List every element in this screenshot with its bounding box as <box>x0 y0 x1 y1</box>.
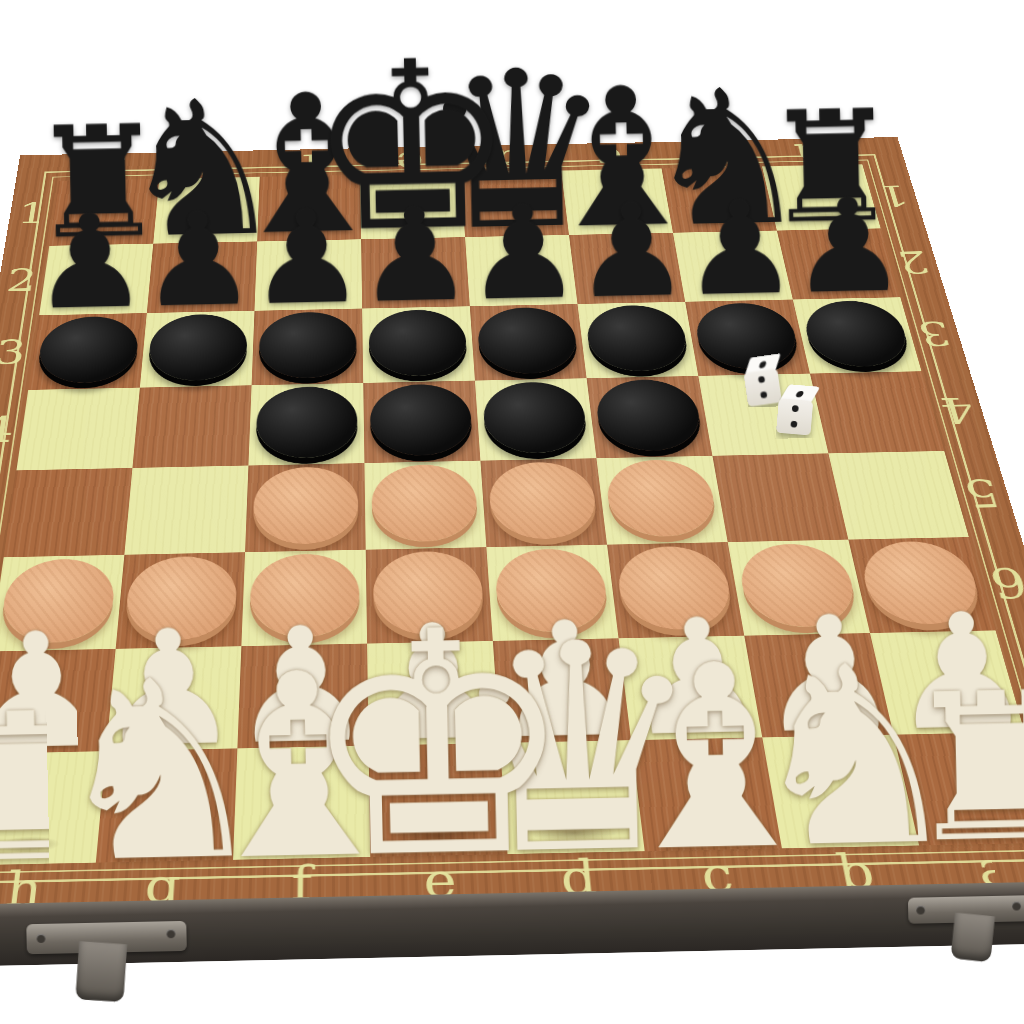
square-c5[interactable] <box>596 456 727 545</box>
black-checker-d4[interactable] <box>481 381 589 454</box>
piece-shadow <box>920 706 990 724</box>
white-pawn-b7[interactable]: ♟ <box>757 594 903 756</box>
rank-label-left-3: 3 <box>0 336 36 370</box>
rank-label-right-4: 4 <box>928 392 987 428</box>
square-b8[interactable] <box>762 735 919 849</box>
square-c6[interactable] <box>607 542 744 638</box>
square-h6[interactable] <box>0 555 124 652</box>
right-latch[interactable] <box>904 887 1024 970</box>
square-a4[interactable] <box>810 371 944 453</box>
square-e6[interactable] <box>366 547 493 643</box>
rank-label-left-4: 4 <box>0 412 25 449</box>
rank-label-right-7: 7 <box>1004 657 1024 703</box>
file-label-bottom-f: f <box>231 859 371 909</box>
square-h4[interactable] <box>16 388 139 471</box>
white-pawn-e7[interactable]: ♟ <box>361 602 507 764</box>
square-b6[interactable] <box>728 540 870 636</box>
square-c7[interactable] <box>619 636 763 740</box>
border-line-inner <box>0 160 1024 875</box>
square-c2[interactable] <box>569 233 685 304</box>
black-checker-g3[interactable] <box>147 313 248 381</box>
rank-label-right-6: 6 <box>976 561 1024 603</box>
black-checker-e4[interactable] <box>370 383 474 456</box>
square-a1[interactable] <box>762 164 881 230</box>
black-pawn-b2[interactable]: ♟ <box>680 182 799 314</box>
piece-shadow <box>793 211 860 225</box>
die-pip <box>791 405 798 412</box>
piece-shadow <box>790 709 859 727</box>
square-f8[interactable] <box>233 746 370 860</box>
square-a5[interactable] <box>828 451 969 540</box>
square-a3[interactable] <box>793 297 922 373</box>
die-pip <box>759 361 768 369</box>
wood-checker-b6[interactable] <box>735 543 861 628</box>
die-pip <box>758 376 765 383</box>
file-label-top-e: e <box>360 149 461 174</box>
square-f7[interactable] <box>237 644 368 749</box>
wood-checker-f5[interactable] <box>252 466 359 545</box>
square-b1[interactable] <box>662 166 777 232</box>
wood-checker-d6[interactable] <box>493 548 610 633</box>
piece-shadow <box>495 287 550 299</box>
square-e2[interactable] <box>361 237 470 308</box>
square-d3[interactable] <box>470 304 587 381</box>
chess-board: hgfedcba hgfedcba 12345678 12345678 ♜♞♝♚… <box>0 137 1024 918</box>
square-d6[interactable] <box>486 545 618 641</box>
file-label-bottom-d: d <box>508 853 651 903</box>
square-d2[interactable] <box>465 235 577 306</box>
square-c1[interactable] <box>561 168 673 235</box>
piece-shadow <box>365 216 461 237</box>
left-latch-hook[interactable] <box>75 941 127 1002</box>
square-h7[interactable] <box>0 649 116 754</box>
file-label-bottom-c: c <box>645 850 791 900</box>
file-label-top-g: g <box>159 153 260 178</box>
wood-checker-h6[interactable] <box>0 558 117 644</box>
square-h1[interactable] <box>49 179 159 246</box>
squares <box>0 164 1024 866</box>
square-e1[interactable] <box>360 173 465 240</box>
wood-checker-f6[interactable] <box>249 553 360 638</box>
piece-shadow <box>114 827 217 856</box>
white-rook-a8[interactable]: ♜ <box>899 665 1024 872</box>
file-label-top-d: d <box>459 147 561 172</box>
left-latch[interactable] <box>18 913 200 1012</box>
wood-checker-a6[interactable] <box>856 540 986 625</box>
square-e3[interactable] <box>362 306 475 383</box>
wood-checker-e6[interactable] <box>373 551 485 636</box>
square-g5[interactable] <box>124 466 248 555</box>
rank-labels-right: 12345678 <box>862 163 1024 842</box>
border-line-outer <box>0 154 1024 885</box>
square-a8[interactable] <box>893 732 1024 846</box>
piece-shadow <box>0 833 73 857</box>
black-checker-d3[interactable] <box>476 307 579 375</box>
square-d4[interactable] <box>475 378 597 460</box>
square-f4[interactable] <box>248 383 364 466</box>
wood-checker-g6[interactable] <box>124 556 238 641</box>
piece-layer: ♜♞♝♚♛♝♞♜♟♟♟♟♟♟♟♟♟♟♟♟♟♟♟♟♜♞♝♚♛♝♞♜ <box>0 164 1024 866</box>
piece-shadow <box>281 291 335 303</box>
square-c4[interactable] <box>587 376 713 458</box>
square-e7[interactable] <box>367 641 500 746</box>
file-label-bottom-h: h <box>0 864 96 915</box>
square-b4[interactable] <box>698 374 828 456</box>
piece-shadow <box>683 212 763 229</box>
piece-shadow <box>938 813 1024 836</box>
white-pawn-c7[interactable]: ♟ <box>625 597 771 759</box>
piece-shadow <box>400 717 466 735</box>
piece-shadow <box>375 818 502 853</box>
square-b3[interactable] <box>685 299 810 375</box>
rank-label-right-3: 3 <box>906 316 963 350</box>
file-label-top-a: a <box>757 141 863 166</box>
black-checker-a3[interactable] <box>800 300 914 367</box>
square-a6[interactable] <box>848 537 995 633</box>
square-f3[interactable] <box>252 309 364 386</box>
black-pawn-d2[interactable]: ♟ <box>464 186 583 318</box>
square-c3[interactable] <box>577 302 698 378</box>
piece-shadow <box>139 723 206 741</box>
white-pawn-d7[interactable]: ♟ <box>493 599 639 761</box>
square-g7[interactable] <box>106 646 241 751</box>
square-d7[interactable] <box>493 638 631 743</box>
wood-checker-d5[interactable] <box>487 461 599 540</box>
die-2-front-face <box>776 398 813 435</box>
square-g3[interactable] <box>140 311 255 388</box>
black-pawn-f2[interactable]: ♟ <box>247 191 366 323</box>
right-latch-hook[interactable] <box>951 913 995 963</box>
square-d1[interactable] <box>461 170 569 237</box>
black-checker-c4[interactable] <box>593 379 704 452</box>
square-d5[interactable] <box>480 458 607 547</box>
black-checker-h3[interactable] <box>35 316 140 384</box>
square-c8[interactable] <box>631 737 782 851</box>
file-label-top-h: h <box>59 156 162 181</box>
square-e5[interactable] <box>364 461 486 550</box>
square-a2[interactable] <box>777 228 901 299</box>
white-pawn-f7[interactable]: ♟ <box>228 605 374 767</box>
square-h5[interactable] <box>4 468 133 557</box>
scene: hgfedcba hgfedcba 12345678 12345678 ♜♞♝♚… <box>0 0 1024 1024</box>
square-a7[interactable] <box>870 630 1024 734</box>
black-checker-b3[interactable] <box>692 302 802 370</box>
wood-checker-c6[interactable] <box>614 545 735 630</box>
piece-shadow <box>602 285 658 297</box>
square-e8[interactable] <box>369 743 508 857</box>
wood-checker-e5[interactable] <box>371 464 479 543</box>
die-1-top-face <box>745 353 782 376</box>
white-pawn-a7[interactable]: ♟ <box>889 591 1024 753</box>
rank-label-right-1: 1 <box>867 181 919 210</box>
file-labels-top: hgfedcba <box>59 138 863 181</box>
square-f2[interactable] <box>254 239 362 311</box>
piece-shadow <box>388 289 442 301</box>
die-1[interactable] <box>742 353 786 408</box>
piece-shadow <box>167 223 245 240</box>
black-checker-c3[interactable] <box>584 304 691 372</box>
square-b5[interactable] <box>712 453 848 542</box>
black-pawn-c2[interactable]: ♟ <box>572 184 691 316</box>
square-g2[interactable] <box>147 241 257 313</box>
piece-shadow <box>660 712 728 730</box>
piece-shadow <box>579 214 660 231</box>
square-f1[interactable] <box>257 175 361 242</box>
die-pip <box>794 391 804 398</box>
piece-shadow <box>67 296 122 308</box>
square-g4[interactable] <box>132 385 251 468</box>
piece-shadow <box>793 813 900 841</box>
rank-labels-left: 12345678 <box>0 181 59 867</box>
black-rook-a1[interactable]: ♜ <box>761 89 902 245</box>
die-1-front-face <box>744 368 783 407</box>
square-f5[interactable] <box>245 463 366 552</box>
file-label-top-c: c <box>558 145 661 170</box>
piece-shadow <box>471 215 562 235</box>
die-pip <box>790 421 797 428</box>
piece-shadow <box>270 220 349 237</box>
file-label-bottom-e: e <box>370 856 511 906</box>
piece-shadow <box>657 816 765 845</box>
square-h8[interactable] <box>0 751 106 866</box>
square-h3[interactable] <box>28 313 147 390</box>
black-pawn-g2[interactable]: ♟ <box>139 193 258 325</box>
rank-label-left-2: 2 <box>0 265 47 297</box>
die-2-top-face <box>779 384 820 404</box>
piece-shadow <box>9 725 77 743</box>
rank-label-right-5: 5 <box>951 473 1013 512</box>
file-label-top-b: b <box>657 143 762 168</box>
black-checker-e3[interactable] <box>368 309 468 377</box>
square-e4[interactable] <box>363 381 480 464</box>
piece-shadow <box>514 817 635 850</box>
square-g8[interactable] <box>96 748 238 862</box>
white-pawn-g7[interactable]: ♟ <box>96 608 242 770</box>
square-h2[interactable] <box>39 244 153 316</box>
black-pawn-e2[interactable]: ♟ <box>355 188 474 320</box>
square-b7[interactable] <box>744 633 893 737</box>
piece-shadow <box>249 824 354 853</box>
square-d8[interactable] <box>500 740 645 854</box>
piece-shadow <box>815 280 872 292</box>
white-pawn-h7[interactable]: ♟ <box>0 611 109 773</box>
piece-shadow <box>70 226 135 240</box>
file-label-top-f: f <box>260 151 360 176</box>
rank-label-right-2: 2 <box>886 246 940 277</box>
square-g6[interactable] <box>116 552 245 649</box>
die-pip <box>760 391 767 398</box>
black-checker-f4[interactable] <box>255 386 357 459</box>
square-b2[interactable] <box>673 231 793 302</box>
file-label-bottom-g: g <box>91 862 233 913</box>
die-2[interactable] <box>775 384 817 438</box>
piece-shadow <box>270 720 336 738</box>
rank-label-left-1: 1 <box>8 199 56 229</box>
piece-shadow <box>708 282 764 294</box>
black-checker-f3[interactable] <box>258 311 357 379</box>
wood-checker-c5[interactable] <box>603 459 719 538</box>
rank-label-left-5: 5 <box>0 494 13 534</box>
square-f6[interactable] <box>241 550 367 647</box>
light-sheen <box>0 137 1024 918</box>
piece-shadow <box>174 294 229 306</box>
piece-shadow <box>530 715 597 733</box>
square-g1[interactable] <box>153 177 259 244</box>
product-photo-canvas: hgfedcba hgfedcba 12345678 12345678 ♜♞♝♚… <box>0 0 1024 1024</box>
